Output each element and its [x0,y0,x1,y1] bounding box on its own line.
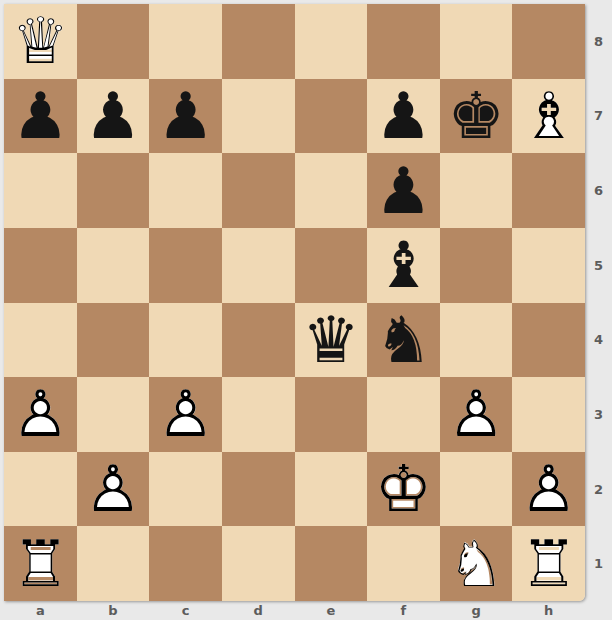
black-pawn[interactable]: ♟ [367,79,440,154]
rank-label-1: 1 [585,526,612,601]
square-c4[interactable] [149,303,222,378]
square-a1[interactable]: ♜♖ [4,526,77,601]
square-b8[interactable] [77,4,150,79]
white-piece-outline: ♙ [12,382,69,446]
square-f4[interactable]: ♞ [367,303,440,378]
white-pawn[interactable]: ♟♙ [149,377,222,452]
white-pawn[interactable]: ♟♙ [512,452,585,527]
square-h2[interactable]: ♟♙ [512,452,585,527]
square-e6[interactable] [295,153,368,228]
square-g5[interactable] [440,228,513,303]
file-label-b: b [77,601,150,620]
square-b7[interactable]: ♟ [77,79,150,154]
black-pawn[interactable]: ♟ [4,79,77,154]
chess-board-screenshot: ♛♕♟♟♟♟♚♝♗♟♝♛♞♟♙♟♙♟♙♟♙♚♔♟♙♜♖♞♘♜♖ 87654321… [0,0,612,620]
white-piece-outline: ♙ [520,457,577,521]
square-e7[interactable] [295,79,368,154]
square-a5[interactable] [4,228,77,303]
square-c2[interactable] [149,452,222,527]
square-d5[interactable] [222,228,295,303]
square-e2[interactable] [295,452,368,527]
square-d8[interactable] [222,4,295,79]
white-rook[interactable]: ♜♖ [4,526,77,601]
rank-label-5: 5 [585,228,612,303]
square-h3[interactable] [512,377,585,452]
rank-label-4: 4 [585,303,612,378]
square-h1[interactable]: ♜♖ [512,526,585,601]
square-e1[interactable] [295,526,368,601]
black-piece-glyph: ♟ [157,84,214,148]
black-piece-glyph: ♝ [375,233,432,297]
square-c3[interactable]: ♟♙ [149,377,222,452]
rank-label-3: 3 [585,377,612,452]
square-a6[interactable] [4,153,77,228]
square-h5[interactable] [512,228,585,303]
square-d3[interactable] [222,377,295,452]
square-f6[interactable]: ♟ [367,153,440,228]
square-c5[interactable] [149,228,222,303]
square-h4[interactable] [512,303,585,378]
white-piece-outline: ♙ [157,382,214,446]
file-label-e: e [295,601,368,620]
square-g7[interactable]: ♚ [440,79,513,154]
rank-label-6: 6 [585,153,612,228]
black-piece-glyph: ♞ [375,308,432,372]
square-d6[interactable] [222,153,295,228]
black-king[interactable]: ♚ [440,79,513,154]
black-pawn[interactable]: ♟ [149,79,222,154]
square-b3[interactable] [77,377,150,452]
square-f7[interactable]: ♟ [367,79,440,154]
black-piece-glyph: ♟ [12,84,69,148]
square-e4[interactable]: ♛ [295,303,368,378]
square-e3[interactable] [295,377,368,452]
square-h7[interactable]: ♝♗ [512,79,585,154]
white-bishop[interactable]: ♝♗ [512,79,585,154]
square-a4[interactable] [4,303,77,378]
square-e8[interactable] [295,4,368,79]
square-d4[interactable] [222,303,295,378]
square-d1[interactable] [222,526,295,601]
square-g4[interactable] [440,303,513,378]
square-d7[interactable] [222,79,295,154]
rank-label-2: 2 [585,452,612,527]
square-f8[interactable] [367,4,440,79]
square-g2[interactable] [440,452,513,527]
white-piece-outline: ♙ [447,382,504,446]
square-f2[interactable]: ♚♔ [367,452,440,527]
square-c6[interactable] [149,153,222,228]
white-pawn[interactable]: ♟♙ [77,452,150,527]
square-b2[interactable]: ♟♙ [77,452,150,527]
black-piece-glyph: ♟ [375,159,432,223]
square-b6[interactable] [77,153,150,228]
white-piece-outline: ♙ [84,457,141,521]
square-h8[interactable] [512,4,585,79]
black-knight[interactable]: ♞ [367,303,440,378]
white-piece-outline: ♕ [12,9,69,73]
black-piece-glyph: ♚ [447,84,504,148]
black-piece-glyph: ♟ [375,84,432,148]
file-label-g: g [440,601,513,620]
white-pawn[interactable]: ♟♙ [440,377,513,452]
black-bishop[interactable]: ♝ [367,228,440,303]
square-e5[interactable] [295,228,368,303]
square-c7[interactable]: ♟ [149,79,222,154]
square-g3[interactable]: ♟♙ [440,377,513,452]
square-b4[interactable] [77,303,150,378]
file-label-c: c [149,601,222,620]
rank-label-8: 8 [585,4,612,79]
black-queen[interactable]: ♛ [295,303,368,378]
file-labels: abcdefgh [4,601,585,620]
file-label-h: h [512,601,585,620]
square-g6[interactable] [440,153,513,228]
chess-board: ♛♕♟♟♟♟♚♝♗♟♝♛♞♟♙♟♙♟♙♟♙♚♔♟♙♜♖♞♘♜♖ [4,4,585,601]
square-b5[interactable] [77,228,150,303]
square-a7[interactable]: ♟ [4,79,77,154]
white-piece-outline: ♗ [520,84,577,148]
black-piece-glyph: ♟ [84,84,141,148]
rank-label-7: 7 [585,79,612,154]
white-rook[interactable]: ♜♖ [512,526,585,601]
square-a3[interactable]: ♟♙ [4,377,77,452]
black-piece-glyph: ♛ [302,308,359,372]
file-label-f: f [367,601,440,620]
white-piece-outline: ♔ [375,457,432,521]
square-a2[interactable] [4,452,77,527]
square-b1[interactable] [77,526,150,601]
white-piece-outline: ♖ [12,532,69,596]
black-pawn[interactable]: ♟ [367,153,440,228]
white-knight[interactable]: ♞♘ [440,526,513,601]
white-king[interactable]: ♚♔ [367,452,440,527]
square-g1[interactable]: ♞♘ [440,526,513,601]
file-label-d: d [222,601,295,620]
square-f3[interactable] [367,377,440,452]
white-pawn[interactable]: ♟♙ [4,377,77,452]
square-g8[interactable] [440,4,513,79]
white-piece-outline: ♘ [447,532,504,596]
square-d2[interactable] [222,452,295,527]
square-f5[interactable]: ♝ [367,228,440,303]
white-queen[interactable]: ♛♕ [4,4,77,79]
black-pawn[interactable]: ♟ [77,79,150,154]
square-c8[interactable] [149,4,222,79]
square-h6[interactable] [512,153,585,228]
white-piece-outline: ♖ [520,532,577,596]
square-a8[interactable]: ♛♕ [4,4,77,79]
square-c1[interactable] [149,526,222,601]
file-label-a: a [4,601,77,620]
rank-labels: 87654321 [585,4,612,601]
square-f1[interactable] [367,526,440,601]
